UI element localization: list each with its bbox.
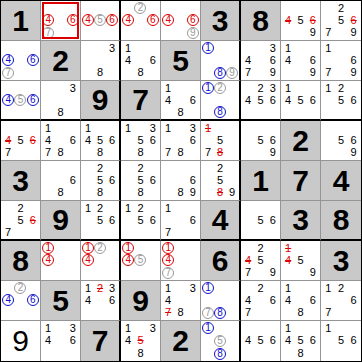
candidate-4-blue-circled: 4 [2,94,14,106]
candidate-grid: 467 [41,1,80,40]
cell-r7c7[interactable]: 24579 [241,241,281,281]
cell-r9c5[interactable]: 2 [161,321,201,361]
candidate-5: 5 [254,94,266,106]
candidate-8: 8 [94,187,106,199]
given-digit: 7 [92,326,109,356]
cell-r5c7[interactable]: 1 [241,161,281,201]
candidate-3: 3 [147,122,159,134]
candidate-9: 9 [267,67,279,79]
candidate-2: 2 [134,162,146,174]
candidate-1-eliminated: 1 [202,122,214,134]
cell-r9c6[interactable]: 158 [201,321,241,361]
candidate-3: 3 [147,322,159,335]
candidate-4-eliminated: 4 [2,134,14,146]
candidate-1: 1 [162,122,174,134]
cell-r1c7[interactable]: 8 [241,1,281,41]
cell-r5c1[interactable]: 3 [1,161,41,201]
candidate-1-eliminated: 1 [282,242,294,254]
given-digit: 8 [333,205,350,235]
candidate-4: 4 [242,335,254,348]
given-digit: 2 [292,126,309,156]
candidate-2-gray-circled: 2 [94,242,106,254]
candidate-5: 5 [134,214,146,226]
candidate-2: 2 [254,242,266,254]
given-digit: 4 [333,166,350,196]
cell-r6c3[interactable]: 1256 [81,201,121,241]
candidate-8: 8 [54,147,66,159]
candidate-7-gray-circled: 7 [162,267,174,279]
cell-r2c1[interactable]: 467 [1,41,41,81]
given-digit: 8 [12,246,29,276]
candidate-grid: 467 [1,41,40,80]
candidate-6: 6 [106,174,118,186]
candidate-8-blue-circled: 8 [214,307,226,319]
candidate-6: 6 [307,335,319,348]
candidate-grid: 23456 [241,81,280,119]
candidate-9: 9 [187,187,199,199]
candidate-4: 4 [282,335,294,348]
candidate-6-red-circled: 6 [67,14,79,26]
candidate-1-blue-circled: 1 [202,322,214,334]
cell-r6c5[interactable]: 167 [161,201,201,241]
candidate-4: 4 [42,134,54,146]
candidate-4-blue-circled: 4 [2,294,14,306]
candidate-5-gray-circled: 5 [14,94,26,106]
candidate-grid: 246 [121,1,160,40]
candidate-7: 7 [42,147,54,159]
cell-r8c7[interactable]: 2467 [241,281,281,321]
candidate-2: 2 [335,82,348,94]
candidate-8-blue-circled: 8 [214,348,226,360]
candidate-2-gray-circled: 2 [14,282,26,294]
candidate-3: 3 [187,122,199,134]
candidate-1: 1 [122,322,134,335]
candidate-3: 3 [187,282,199,294]
given-digit: 3 [12,166,29,196]
cell-r1c5[interactable]: 469 [161,1,201,41]
candidate-5: 5 [335,14,348,26]
cell-r7c9[interactable]: 3 [321,241,361,281]
candidate-grid: 68 [41,161,80,200]
cell-r4c4[interactable]: 13568 [121,121,161,161]
candidate-4: 4 [242,94,254,106]
cell-r1c4[interactable]: 246 [121,1,161,41]
candidate-grid: 24579 [241,241,280,280]
candidate-1: 1 [322,82,335,94]
candidate-8: 8 [54,187,66,199]
cell-r7c6[interactable]: 6 [201,241,241,281]
cell-r6c8[interactable]: 3 [281,201,321,241]
candidate-5: 5 [134,134,146,146]
candidate-4: 4 [122,54,134,66]
candidate-7: 7 [242,307,254,319]
candidate-1: 1 [42,322,54,335]
cell-r3c9[interactable]: 1256 [321,81,361,121]
candidate-grid: 456 [81,1,119,40]
candidate-1-red-circled: 1 [122,242,134,254]
candidate-2: 2 [14,202,26,214]
candidate-8: 8 [174,187,186,199]
candidate-4-red-circled: 4 [162,14,174,26]
cell-r5c2[interactable]: 68 [41,161,81,201]
cell-r4c5[interactable]: 13678 [161,121,201,161]
candidate-5-gray-circled: 5 [94,14,106,26]
cell-r5c8[interactable]: 7 [281,161,321,201]
cell-r9c3[interactable]: 7 [81,321,121,361]
candidate-6: 6 [307,294,319,306]
candidate-6: 6 [67,335,79,348]
cell-r7c5[interactable]: 147 [161,241,201,281]
cell-r4c2[interactable]: 14678 [41,121,81,161]
candidate-3: 3 [267,82,279,94]
candidate-5: 5 [294,335,306,348]
candidate-4-red-circled: 4 [42,14,54,26]
candidate-5: 5 [254,335,266,348]
cell-r8c9[interactable]: 1267 [321,281,361,321]
given-digit: 3 [212,6,229,36]
cell-r9c4[interactable]: 13458 [121,321,161,361]
candidate-6: 6 [347,54,360,66]
cell-r5c4[interactable]: 2568 [121,161,161,201]
candidate-7: 7 [202,147,214,159]
given-digit: 6 [212,246,229,276]
candidate-4-red-circled: 4 [122,254,134,266]
candidate-2: 2 [94,162,106,174]
candidate-5: 5 [214,174,226,186]
candidate-4: 4 [82,294,94,306]
candidate-7-gray-circled: 7 [42,27,54,39]
candidate-5: 5 [254,254,266,266]
given-digit: 1 [252,166,269,196]
candidate-8: 8 [134,187,146,199]
candidate-2-eliminated: 2 [94,282,106,294]
candidate-8: 8 [174,147,186,159]
cell-r3c7[interactable]: 23456 [241,81,281,121]
candidate-1-red-circled: 1 [42,242,54,254]
candidate-grid: 4567 [1,121,40,160]
candidate-7: 7 [322,67,335,79]
candidate-4-eliminated: 4 [282,14,294,26]
candidate-8-blue-circled: 8 [214,67,226,79]
candidate-6: 6 [267,335,279,348]
given-digit: 3 [292,205,309,235]
candidate-5: 5 [14,134,26,146]
candidate-5: 5 [254,134,266,146]
candidate-7-gray-circled: 7 [202,307,214,319]
candidate-grid: 12346 [81,281,119,320]
candidate-grid: 13678 [161,121,200,160]
cell-r2c6[interactable]: 189 [201,41,241,81]
cell-r9c2[interactable]: 1346 [41,321,81,361]
candidate-9: 9 [347,147,360,159]
candidate-grid: 1679 [321,41,361,80]
candidate-4-red-circled: 4 [82,254,94,266]
cell-r4c3[interactable]: 14568 [81,121,121,161]
candidate-4-red-circled: 4 [162,254,174,266]
candidate-7: 7 [162,147,174,159]
candidate-2: 2 [254,82,266,94]
cell-r2c4[interactable]: 1468 [121,41,161,81]
given-digit: 4 [212,205,229,235]
candidate-grid: 189 [201,41,239,80]
cell-r3c3[interactable]: 9 [81,81,121,121]
candidate-grid: 1456 [281,81,320,119]
cell-r6c4[interactable]: 1256 [121,201,161,241]
candidate-6: 6 [307,94,319,106]
cell-r4c1[interactable]: 4567 [1,121,41,161]
candidate-1: 1 [322,282,335,294]
cell-r3c5[interactable]: 1468 [161,81,201,121]
candidate-grid: 1469 [281,41,320,80]
candidate-5: 5 [94,134,106,146]
cell-r2c7[interactable]: 34679 [241,41,281,81]
candidate-4: 4 [162,94,174,106]
candidate-grid: 1256 [321,81,361,119]
cell-r3c4[interactable]: 7 [121,81,161,121]
given-digit: 3 [333,246,350,276]
candidate-7: 7 [322,307,335,319]
sudoku-board: 1467456246469384569256794672381468518934… [0,0,362,362]
candidate-grid: 1459 [281,241,320,280]
cell-r7c2[interactable]: 14 [41,241,81,281]
candidate-grid: 469 [161,1,200,40]
candidate-7-eliminated: 7 [162,307,174,319]
cell-r1c8[interactable]: 4569 [281,1,321,41]
candidate-8: 8 [294,347,306,360]
candidate-1: 1 [162,202,174,214]
candidate-8-blue-circled: 8 [214,106,226,118]
candidate-grid: 25679 [321,1,361,40]
candidate-grid: 456 [1,81,40,119]
cell-r9c9[interactable]: 156 [321,321,361,361]
cell-r4c9[interactable]: 569 [321,121,361,161]
candidate-8: 8 [134,147,146,159]
candidate-grid: 124 [81,241,119,280]
candidate-grid: 14568 [81,121,119,160]
candidate-grid: 2568 [81,161,119,200]
cell-r6c2[interactable]: 9 [41,201,81,241]
candidate-grid: 456 [241,321,280,361]
candidate-grid: 156 [321,321,361,361]
given-digit: 8 [252,6,269,36]
candidate-grid: 1468 [161,81,200,119]
cell-r9c7[interactable]: 456 [241,321,281,361]
candidate-5: 5 [294,94,306,106]
candidate-2-gray-circled: 2 [134,2,146,14]
cell-r2c8[interactable]: 1469 [281,41,321,81]
candidate-grid: 569 [241,121,280,160]
cell-r1c9[interactable]: 25679 [321,1,361,41]
candidate-9: 9 [226,187,238,199]
cell-r3c2[interactable]: 38 [41,81,81,121]
candidate-5-gray-circled: 5 [134,254,146,266]
cell-r2c2[interactable]: 2 [41,41,81,81]
given-digit: 2 [52,46,69,76]
candidate-1-red-circled: 1 [82,242,94,254]
cell-r8c3[interactable]: 12346 [81,281,121,321]
cell-r2c9[interactable]: 1679 [321,41,361,81]
candidate-1: 1 [122,202,134,214]
candidate-grid: 14 [41,241,80,280]
cell-r5c5[interactable]: 689 [161,161,201,201]
cell-r8c6[interactable]: 178 [201,281,241,321]
candidate-6-blue-circled: 6 [27,94,39,106]
candidate-6: 6 [267,214,279,226]
cell-r5c3[interactable]: 2568 [81,161,121,201]
candidate-6: 6 [106,294,118,306]
candidate-5-gray-circled: 5 [214,335,226,347]
cell-r8c1[interactable]: 246 [1,281,41,321]
given-digit: 5 [172,46,189,76]
candidate-1: 1 [42,122,54,134]
cell-r7c4[interactable]: 145 [121,241,161,281]
candidate-6-red-circled: 6 [187,14,199,26]
candidate-1: 1 [282,282,294,294]
candidate-grid: 167 [161,201,200,239]
candidate-6: 6 [267,294,279,306]
candidate-4: 4 [242,54,254,66]
cell-r8c8[interactable]: 1468 [281,281,321,321]
candidate-5: 5 [214,134,226,146]
candidate-grid: 14568 [281,321,320,361]
candidate-6-blue-circled: 6 [27,294,39,306]
candidate-4-eliminated: 4 [282,254,294,266]
candidate-7: 7 [2,147,14,159]
candidate-7: 7 [322,27,335,39]
candidate-1: 1 [122,42,134,54]
candidate-6-eliminated: 6 [27,214,39,226]
candidate-2: 2 [94,202,106,214]
candidate-4-red-circled: 4 [122,14,134,26]
cell-r4c7[interactable]: 569 [241,121,281,161]
candidate-5: 5 [335,335,348,348]
candidate-grid: 1468 [281,281,320,320]
candidate-7: 7 [162,226,174,238]
candidate-8-eliminated: 8 [214,187,226,199]
solved-digit: 9 [12,326,29,356]
candidate-3: 3 [106,282,118,294]
cell-r8c4[interactable]: 9 [121,281,161,321]
candidate-7: 7 [242,267,254,279]
candidate-5: 5 [94,174,106,186]
cell-r6c6[interactable]: 4 [201,201,241,241]
candidate-4: 4 [282,94,294,106]
cell-r6c9[interactable]: 8 [321,201,361,241]
cell-r7c8[interactable]: 1459 [281,241,321,281]
candidate-1: 1 [322,322,335,335]
candidate-7-gray-circled: 7 [2,67,14,79]
cell-r3c1[interactable]: 456 [1,81,41,121]
candidate-8: 8 [134,347,146,360]
candidate-4-eliminated: 4 [242,254,254,266]
candidate-9-gray-circled: 9 [187,27,199,39]
candidate-6: 6 [347,335,360,348]
candidate-6: 6 [267,134,279,146]
cell-r2c5[interactable]: 5 [161,41,201,81]
candidate-6: 6 [187,214,199,226]
candidate-6-eliminated: 6 [307,14,319,26]
candidate-1: 1 [282,82,294,94]
candidate-9: 9 [307,67,319,79]
candidate-grid: 158 [201,321,239,361]
candidate-5-eliminated: 5 [134,335,146,348]
candidate-5: 5 [335,94,348,106]
candidate-9: 9 [307,27,319,39]
candidate-9: 9 [307,267,319,279]
cell-r8c5[interactable]: 13478 [161,281,201,321]
candidate-6: 6 [147,174,159,186]
candidate-1: 1 [162,82,174,94]
candidate-1-blue-circled: 1 [202,82,214,94]
candidate-3: 3 [106,42,118,54]
candidate-6: 6 [307,54,319,66]
candidate-6-red-circled: 6 [106,14,118,26]
candidate-grid: 178 [201,281,239,320]
candidate-2: 2 [335,2,348,14]
cell-r1c3[interactable]: 456 [81,1,121,41]
candidate-1-red-circled: 1 [162,242,174,254]
candidate-grid: 2568 [121,161,160,200]
cell-r3c6[interactable]: 128 [201,81,241,121]
cell-r4c8[interactable]: 2 [281,121,321,161]
candidate-grid: 689 [161,161,200,200]
candidate-6: 6 [187,134,199,146]
candidate-5: 5 [335,134,348,146]
candidate-1: 1 [122,122,134,134]
candidate-9: 9 [267,267,279,279]
cell-r3c8[interactable]: 1456 [281,81,321,121]
given-digit: 9 [92,85,109,115]
cell-r4c6[interactable]: 1578 [201,121,241,161]
candidate-4: 4 [82,134,94,146]
cell-r9c1[interactable]: 9 [1,321,41,361]
cell-r6c7[interactable]: 56 [241,201,281,241]
candidate-5: 5 [14,214,26,226]
given-digit: 2 [172,326,189,356]
candidate-5: 5 [254,214,266,226]
cell-r1c2-selected[interactable]: 467 [41,1,81,41]
candidate-2: 2 [214,162,226,174]
candidate-4-blue-circled: 4 [2,54,14,66]
cell-r7c3[interactable]: 124 [81,241,121,281]
candidate-grid: 13458 [121,321,160,361]
candidate-grid: 1256 [121,201,160,239]
given-digit: 1 [12,6,29,36]
cell-r5c9[interactable]: 4 [321,161,361,201]
candidate-6: 6 [147,134,159,146]
cell-r9c8[interactable]: 14568 [281,321,321,361]
cell-r5c6[interactable]: 2589 [201,161,241,201]
candidate-2: 2 [335,282,348,294]
cell-r2c3[interactable]: 38 [81,41,121,81]
candidate-grid: 1346 [41,321,80,361]
cell-r8c2[interactable]: 5 [41,281,81,321]
candidate-grid: 1578 [201,121,239,160]
candidate-5: 5 [294,14,306,26]
candidate-9: 9 [347,27,360,39]
cell-r1c6[interactable]: 3 [201,1,241,41]
candidate-8: 8 [134,67,146,79]
cell-r1c1[interactable]: 1 [1,1,41,41]
candidate-6-eliminated: 6 [347,14,360,26]
candidate-grid: 1256 [81,201,119,239]
cell-r6c1[interactable]: 2567 [1,201,41,241]
cell-r7c1[interactable]: 8 [1,241,41,281]
candidate-4: 4 [242,294,254,306]
candidate-6: 6 [347,134,360,146]
candidate-6-red-circled: 6 [147,14,159,26]
candidate-5: 5 [134,174,146,186]
